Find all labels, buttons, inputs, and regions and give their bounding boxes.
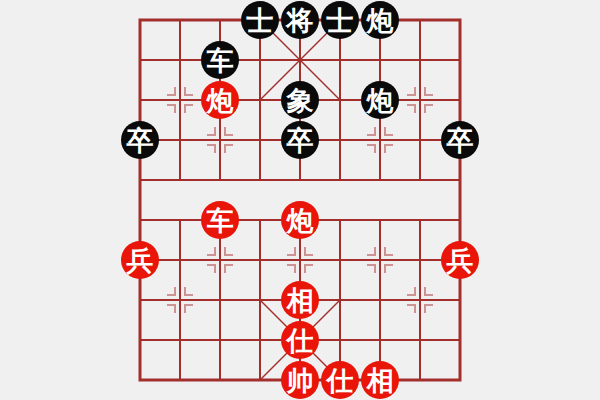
piece-black-soldier[interactable]: 卒: [441, 121, 479, 159]
piece-black-cannon[interactable]: 炮: [361, 1, 399, 39]
piece-red-cannon[interactable]: 炮: [281, 201, 319, 239]
xiangqi-app: 士将士炮车炮象炮卒卒卒车炮兵兵相仕帅仕相: [0, 0, 600, 400]
piece-black-soldier[interactable]: 卒: [281, 121, 319, 159]
piece-red-elephant[interactable]: 相: [361, 361, 399, 399]
piece-red-soldier[interactable]: 兵: [441, 241, 479, 279]
piece-black-advisor[interactable]: 士: [241, 1, 279, 39]
piece-red-advisor[interactable]: 仕: [321, 361, 359, 399]
piece-black-advisor[interactable]: 士: [321, 1, 359, 39]
piece-red-cannon[interactable]: 炮: [201, 81, 239, 119]
piece-black-general[interactable]: 将: [281, 1, 319, 39]
piece-black-cannon[interactable]: 炮: [361, 81, 399, 119]
piece-red-advisor[interactable]: 仕: [281, 321, 319, 359]
piece-red-chariot[interactable]: 车: [201, 201, 239, 239]
xiangqi-board: 士将士炮车炮象炮卒卒卒车炮兵兵相仕帅仕相: [120, 0, 480, 400]
piece-red-elephant[interactable]: 相: [281, 281, 319, 319]
piece-black-soldier[interactable]: 卒: [121, 121, 159, 159]
piece-red-soldier[interactable]: 兵: [121, 241, 159, 279]
piece-black-elephant[interactable]: 象: [281, 81, 319, 119]
piece-red-general[interactable]: 帅: [281, 361, 319, 399]
piece-black-chariot[interactable]: 车: [201, 41, 239, 79]
